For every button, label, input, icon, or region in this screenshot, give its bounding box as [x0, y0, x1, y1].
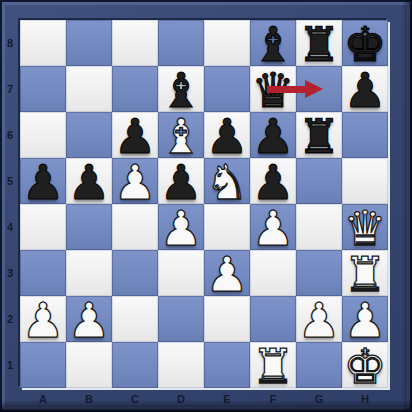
file-label-C: C	[112, 390, 158, 407]
square-b4[interactable]	[66, 204, 112, 250]
square-a7[interactable]	[20, 66, 66, 112]
square-c8[interactable]	[112, 20, 158, 66]
piece-white-P-a2[interactable]: ♟	[21, 296, 64, 344]
piece-white-R-h3[interactable]: ♜	[343, 250, 386, 298]
square-f2[interactable]	[250, 296, 296, 342]
piece-white-P-e3[interactable]: ♟	[205, 250, 248, 298]
piece-black-P-b5[interactable]: ♟	[67, 158, 110, 206]
piece-black-R-g6[interactable]: ♜	[297, 112, 340, 160]
square-g3[interactable]	[296, 250, 342, 296]
square-c6[interactable]: ♟	[112, 112, 158, 158]
square-c2[interactable]	[112, 296, 158, 342]
piece-white-P-d4[interactable]: ♟	[159, 204, 202, 252]
square-g8[interactable]: ♜	[296, 20, 342, 66]
square-d4[interactable]: ♟	[158, 204, 204, 250]
square-e1[interactable]	[204, 342, 250, 388]
board-frame: ♝♜♚♝♛♟♟♝♟♟♜♟♟♟♟♞♟♟♟♛♟♜♟♟♟♟♜♚ 87654321ABC…	[0, 0, 412, 412]
square-h7[interactable]: ♟	[342, 66, 388, 112]
square-f1[interactable]: ♜	[250, 342, 296, 388]
square-g1[interactable]	[296, 342, 342, 388]
square-f4[interactable]: ♟	[250, 204, 296, 250]
piece-white-P-g2[interactable]: ♟	[297, 296, 340, 344]
rank-label-5: 5	[0, 158, 20, 204]
square-a2[interactable]: ♟	[20, 296, 66, 342]
file-label-G: G	[296, 390, 342, 407]
piece-black-P-c6[interactable]: ♟	[113, 112, 156, 160]
square-e4[interactable]	[204, 204, 250, 250]
file-label-F: F	[250, 390, 296, 407]
square-h5[interactable]	[342, 158, 388, 204]
rank-label-8: 8	[0, 20, 20, 66]
piece-black-P-e6[interactable]: ♟	[205, 112, 248, 160]
piece-black-K-h8[interactable]: ♚	[343, 20, 386, 68]
square-c1[interactable]	[112, 342, 158, 388]
square-c4[interactable]	[112, 204, 158, 250]
square-g5[interactable]	[296, 158, 342, 204]
rank-label-6: 6	[0, 112, 20, 158]
square-d7[interactable]: ♝	[158, 66, 204, 112]
piece-white-P-f4[interactable]: ♟	[251, 204, 294, 252]
piece-black-P-h7[interactable]: ♟	[343, 66, 386, 114]
file-label-H: H	[342, 390, 388, 407]
square-h8[interactable]: ♚	[342, 20, 388, 66]
move-arrow-head	[305, 80, 323, 98]
piece-black-B-f8[interactable]: ♝	[251, 20, 294, 68]
square-d2[interactable]	[158, 296, 204, 342]
piece-black-R-g8[interactable]: ♜	[297, 20, 340, 68]
rank-label-4: 4	[0, 204, 20, 250]
square-b3[interactable]	[66, 250, 112, 296]
piece-black-P-a5[interactable]: ♟	[21, 158, 64, 206]
square-a6[interactable]	[20, 112, 66, 158]
square-h3[interactable]: ♜	[342, 250, 388, 296]
square-d6[interactable]: ♝	[158, 112, 204, 158]
square-h4[interactable]: ♛	[342, 204, 388, 250]
file-label-E: E	[204, 390, 250, 407]
file-label-A: A	[20, 390, 66, 407]
square-d5[interactable]: ♟	[158, 158, 204, 204]
square-e5[interactable]: ♞	[204, 158, 250, 204]
square-g2[interactable]: ♟	[296, 296, 342, 342]
square-b6[interactable]	[66, 112, 112, 158]
square-f8[interactable]: ♝	[250, 20, 296, 66]
square-a4[interactable]	[20, 204, 66, 250]
piece-black-P-f5[interactable]: ♟	[251, 158, 294, 206]
square-g4[interactable]	[296, 204, 342, 250]
square-g6[interactable]: ♜	[296, 112, 342, 158]
square-b8[interactable]	[66, 20, 112, 66]
board: ♝♜♚♝♛♟♟♝♟♟♜♟♟♟♟♞♟♟♟♛♟♜♟♟♟♟♜♚	[20, 20, 388, 388]
piece-black-P-f6[interactable]: ♟	[251, 112, 294, 160]
square-f5[interactable]: ♟	[250, 158, 296, 204]
square-b1[interactable]	[66, 342, 112, 388]
piece-white-K-h1[interactable]: ♚	[343, 342, 386, 390]
piece-white-B-d6[interactable]: ♝	[159, 112, 202, 160]
square-c5[interactable]: ♟	[112, 158, 158, 204]
square-b5[interactable]: ♟	[66, 158, 112, 204]
piece-black-B-d7[interactable]: ♝	[159, 66, 202, 114]
piece-white-R-f1[interactable]: ♜	[251, 342, 294, 390]
square-d1[interactable]	[158, 342, 204, 388]
rank-label-3: 3	[0, 250, 20, 296]
square-e2[interactable]	[204, 296, 250, 342]
piece-white-P-h2[interactable]: ♟	[343, 296, 386, 344]
piece-white-P-c5[interactable]: ♟	[113, 158, 156, 206]
file-label-B: B	[66, 390, 112, 407]
square-e3[interactable]: ♟	[204, 250, 250, 296]
square-h6[interactable]	[342, 112, 388, 158]
move-arrow-shaft	[267, 86, 306, 93]
square-b2[interactable]: ♟	[66, 296, 112, 342]
square-e6[interactable]: ♟	[204, 112, 250, 158]
square-a1[interactable]	[20, 342, 66, 388]
square-f3[interactable]	[250, 250, 296, 296]
piece-white-N-e5[interactable]: ♞	[205, 158, 248, 206]
square-h1[interactable]: ♚	[342, 342, 388, 388]
piece-white-P-b2[interactable]: ♟	[67, 296, 110, 344]
rank-label-1: 1	[0, 342, 20, 388]
square-c7[interactable]	[112, 66, 158, 112]
square-a3[interactable]	[20, 250, 66, 296]
rank-label-7: 7	[0, 66, 20, 112]
square-a5[interactable]: ♟	[20, 158, 66, 204]
square-b7[interactable]	[66, 66, 112, 112]
square-c3[interactable]	[112, 250, 158, 296]
square-a8[interactable]	[20, 20, 66, 66]
square-e8[interactable]	[204, 20, 250, 66]
piece-black-P-d5[interactable]: ♟	[159, 158, 202, 206]
square-e7[interactable]	[204, 66, 250, 112]
piece-white-Q-h4[interactable]: ♛	[343, 204, 386, 252]
file-label-D: D	[158, 390, 204, 407]
square-h2[interactable]: ♟	[342, 296, 388, 342]
rank-label-2: 2	[0, 296, 20, 342]
square-d8[interactable]	[158, 20, 204, 66]
square-f6[interactable]: ♟	[250, 112, 296, 158]
square-d3[interactable]	[158, 250, 204, 296]
